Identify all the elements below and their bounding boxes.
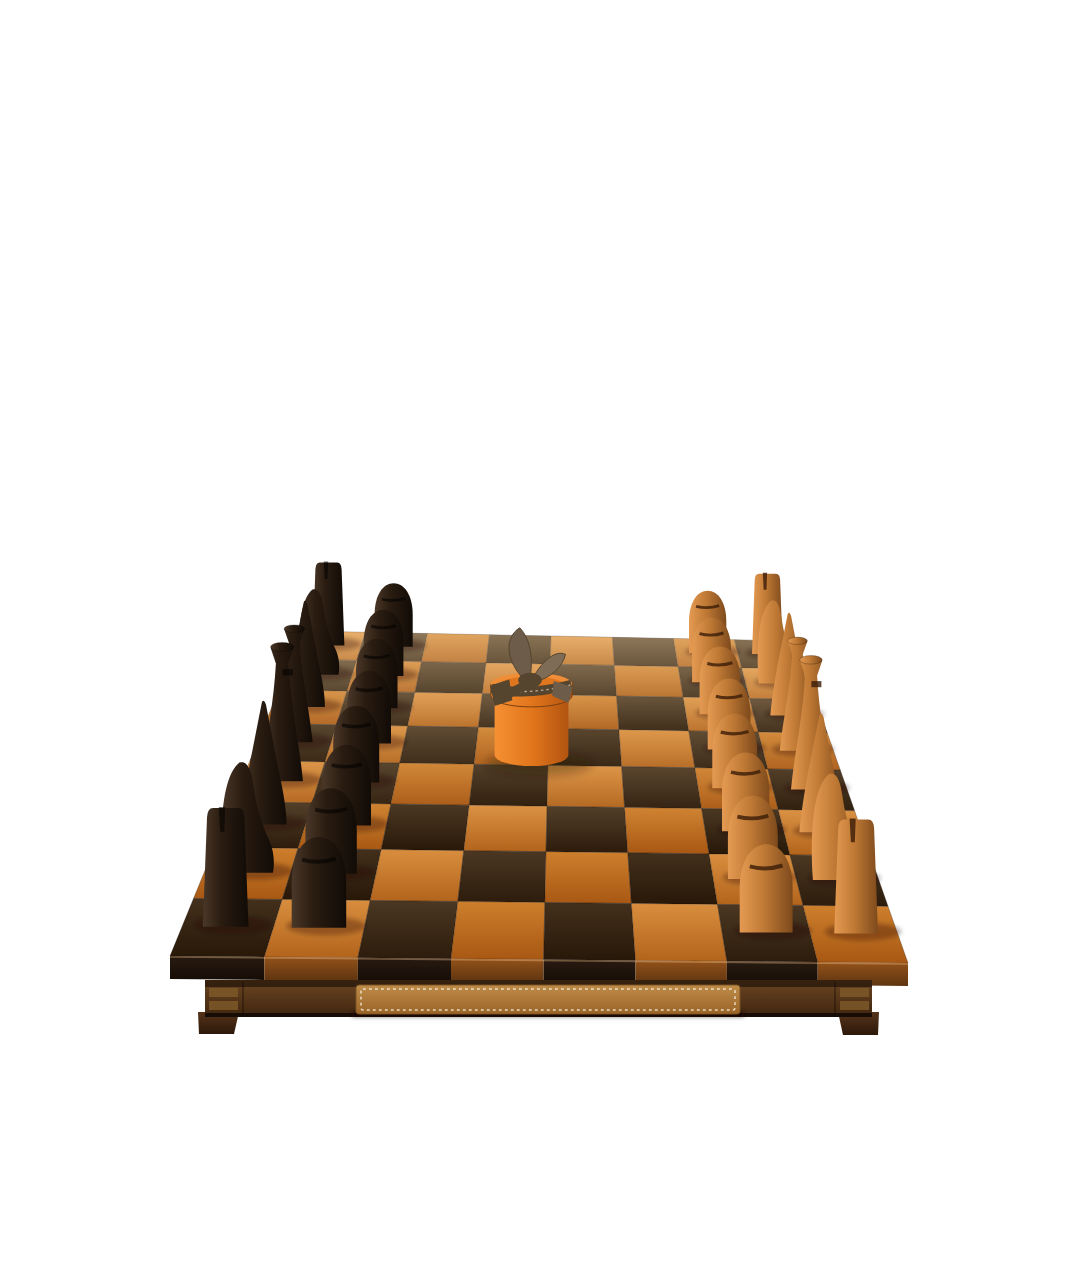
cup-body xyxy=(495,697,569,766)
dovetail-joint xyxy=(209,988,238,997)
dovetail-joint xyxy=(840,988,869,997)
plinth-base xyxy=(198,980,879,1035)
chess-scene xyxy=(0,0,1080,1280)
piece-white-pawn-h2 xyxy=(740,844,793,932)
piece-white-rook-h1 xyxy=(834,819,878,934)
dovetail-joint xyxy=(209,1001,238,1010)
piece-black-pawn-h7 xyxy=(292,837,347,928)
dovetail-joint xyxy=(840,1001,869,1010)
chess-set-product-photo xyxy=(0,0,1080,1280)
piece-black-rook-h8 xyxy=(203,807,249,927)
